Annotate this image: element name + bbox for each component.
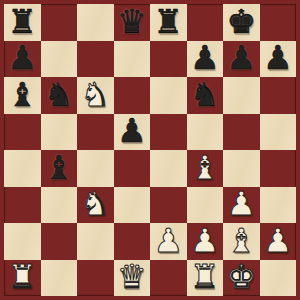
square-g4[interactable] xyxy=(223,150,260,187)
square-e1[interactable] xyxy=(150,260,187,297)
white-bishop-f4[interactable]: ♝ xyxy=(190,151,220,184)
square-h1[interactable] xyxy=(260,260,297,297)
square-f8[interactable] xyxy=(187,4,224,41)
square-f2[interactable]: ♟ xyxy=(187,223,224,260)
black-pawn-h7[interactable]: ♟ xyxy=(263,41,293,74)
square-b2[interactable] xyxy=(41,223,78,260)
square-a5[interactable] xyxy=(4,114,41,151)
black-pawn-d5[interactable]: ♟ xyxy=(117,114,147,147)
black-king-g8[interactable]: ♚ xyxy=(226,5,256,38)
white-pawn-f2[interactable]: ♟ xyxy=(190,224,220,257)
square-d3[interactable] xyxy=(114,187,151,224)
black-pawn-a7[interactable]: ♟ xyxy=(7,41,37,74)
square-a3[interactable] xyxy=(4,187,41,224)
square-h5[interactable] xyxy=(260,114,297,151)
black-pawn-g7[interactable]: ♟ xyxy=(226,41,256,74)
square-h6[interactable] xyxy=(260,77,297,114)
white-rook-a1[interactable]: ♜ xyxy=(7,260,37,293)
black-queen-d8[interactable]: ♛ xyxy=(117,5,147,38)
square-g7[interactable]: ♟ xyxy=(223,41,260,78)
square-d2[interactable] xyxy=(114,223,151,260)
square-b1[interactable] xyxy=(41,260,78,297)
square-c5[interactable] xyxy=(77,114,114,151)
square-f3[interactable] xyxy=(187,187,224,224)
square-c1[interactable] xyxy=(77,260,114,297)
square-f5[interactable] xyxy=(187,114,224,151)
board-grid: ♜♛♜♚♟♟♟♟♝♞♞♞♟♝♝♞♟♟♟♝♟♜♛♜♚ xyxy=(4,4,296,296)
square-f7[interactable]: ♟ xyxy=(187,41,224,78)
white-knight-c6[interactable]: ♞ xyxy=(80,78,110,111)
white-bishop-g2[interactable]: ♝ xyxy=(226,224,256,257)
square-g1[interactable]: ♚ xyxy=(223,260,260,297)
square-g3[interactable]: ♟ xyxy=(223,187,260,224)
square-h7[interactable]: ♟ xyxy=(260,41,297,78)
square-c4[interactable] xyxy=(77,150,114,187)
square-e6[interactable] xyxy=(150,77,187,114)
black-rook-e8[interactable]: ♜ xyxy=(153,5,183,38)
square-g8[interactable]: ♚ xyxy=(223,4,260,41)
black-knight-f6[interactable]: ♞ xyxy=(190,78,220,111)
square-e7[interactable] xyxy=(150,41,187,78)
square-f4[interactable]: ♝ xyxy=(187,150,224,187)
square-h3[interactable] xyxy=(260,187,297,224)
square-b6[interactable]: ♞ xyxy=(41,77,78,114)
square-e8[interactable]: ♜ xyxy=(150,4,187,41)
square-h8[interactable] xyxy=(260,4,297,41)
black-bishop-b4[interactable]: ♝ xyxy=(44,151,74,184)
black-rook-a8[interactable]: ♜ xyxy=(7,5,37,38)
square-b5[interactable] xyxy=(41,114,78,151)
white-queen-d1[interactable]: ♛ xyxy=(117,260,147,293)
chess-board: ♜♛♜♚♟♟♟♟♝♞♞♞♟♝♝♞♟♟♟♝♟♜♛♜♚ xyxy=(0,0,300,300)
white-rook-f1[interactable]: ♜ xyxy=(190,260,220,293)
square-c7[interactable] xyxy=(77,41,114,78)
square-b4[interactable]: ♝ xyxy=(41,150,78,187)
white-knight-c3[interactable]: ♞ xyxy=(80,187,110,220)
square-d1[interactable]: ♛ xyxy=(114,260,151,297)
square-a6[interactable]: ♝ xyxy=(4,77,41,114)
square-c2[interactable] xyxy=(77,223,114,260)
square-b8[interactable] xyxy=(41,4,78,41)
square-b3[interactable] xyxy=(41,187,78,224)
black-pawn-f7[interactable]: ♟ xyxy=(190,41,220,74)
square-h2[interactable]: ♟ xyxy=(260,223,297,260)
square-c3[interactable]: ♞ xyxy=(77,187,114,224)
white-king-g1[interactable]: ♚ xyxy=(226,260,256,293)
square-h4[interactable] xyxy=(260,150,297,187)
black-bishop-a6[interactable]: ♝ xyxy=(7,78,37,111)
square-a4[interactable] xyxy=(4,150,41,187)
square-d5[interactable]: ♟ xyxy=(114,114,151,151)
square-a1[interactable]: ♜ xyxy=(4,260,41,297)
square-g5[interactable] xyxy=(223,114,260,151)
square-f6[interactable]: ♞ xyxy=(187,77,224,114)
square-e3[interactable] xyxy=(150,187,187,224)
white-pawn-h2[interactable]: ♟ xyxy=(263,224,293,257)
square-d6[interactable] xyxy=(114,77,151,114)
white-pawn-g3[interactable]: ♟ xyxy=(226,187,256,220)
square-c6[interactable]: ♞ xyxy=(77,77,114,114)
square-a2[interactable] xyxy=(4,223,41,260)
square-c8[interactable] xyxy=(77,4,114,41)
square-f1[interactable]: ♜ xyxy=(187,260,224,297)
square-b7[interactable] xyxy=(41,41,78,78)
square-g6[interactable] xyxy=(223,77,260,114)
square-e4[interactable] xyxy=(150,150,187,187)
square-a8[interactable]: ♜ xyxy=(4,4,41,41)
square-a7[interactable]: ♟ xyxy=(4,41,41,78)
square-d8[interactable]: ♛ xyxy=(114,4,151,41)
square-g2[interactable]: ♝ xyxy=(223,223,260,260)
square-d7[interactable] xyxy=(114,41,151,78)
square-d4[interactable] xyxy=(114,150,151,187)
square-e5[interactable] xyxy=(150,114,187,151)
square-e2[interactable]: ♟ xyxy=(150,223,187,260)
black-knight-b6[interactable]: ♞ xyxy=(44,78,74,111)
white-pawn-e2[interactable]: ♟ xyxy=(153,224,183,257)
